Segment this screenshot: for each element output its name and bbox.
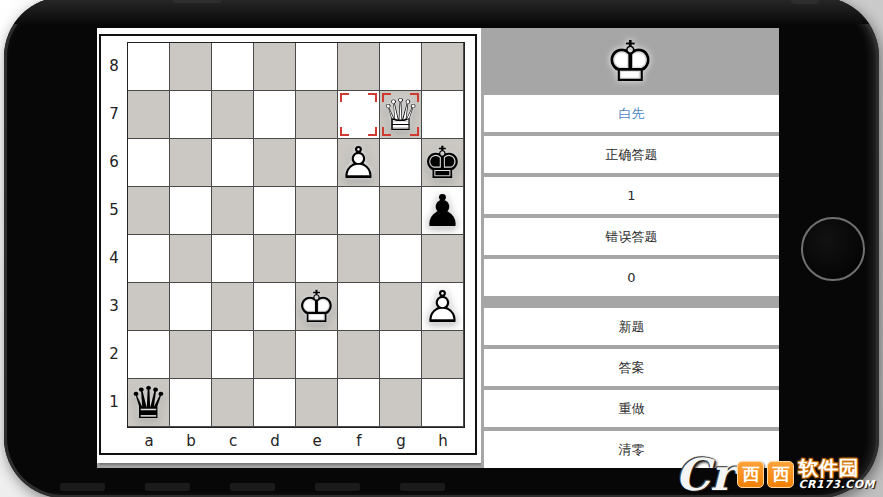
square-f3[interactable] [338,283,380,331]
square-d6[interactable] [254,139,296,187]
square-e3[interactable]: ♚♔ [296,283,338,331]
black-king-h6[interactable]: ♚ [422,139,463,186]
board-card: 87654321 ♛♕♟♙♚♟♚♔♟♙♛ abcdefgh [97,28,481,463]
square-b5[interactable] [170,187,212,235]
brand-box: 西 [737,461,764,488]
speaker-grill [400,483,445,491]
square-c7[interactable] [212,91,254,139]
square-a2[interactable] [128,331,170,379]
square-f6[interactable]: ♟♙ [338,139,380,187]
rank-label-6: 6 [101,138,127,186]
square-g1[interactable] [380,379,422,427]
side-panel: ♚ ♔ 白先正确答题1错误答题0新题答案重做清零 [481,28,779,468]
speaker-grill [145,483,190,491]
brand-boxes: 西 西 [737,461,794,488]
wrong-answers-value: 0 [484,259,779,296]
square-h3[interactable]: ♟♙ [422,283,464,331]
square-c2[interactable] [212,331,254,379]
chessboard: ♛♕♟♙♚♟♚♔♟♙♛ [127,42,465,428]
white-pawn-h3[interactable]: ♟♙ [422,283,463,330]
square-c1[interactable] [212,379,254,427]
volume-button [172,0,222,3]
square-h4[interactable] [422,235,464,283]
brand-box: 西 [767,461,794,488]
square-c4[interactable] [212,235,254,283]
black-queen-a1[interactable]: ♛ [128,379,169,426]
square-g6[interactable] [380,139,422,187]
square-d1[interactable] [254,379,296,427]
file-label-a: a [128,428,170,453]
square-h7[interactable] [422,91,464,139]
square-c5[interactable] [212,187,254,235]
rank-label-2: 2 [101,330,127,378]
square-b1[interactable] [170,379,212,427]
file-label-e: e [296,428,338,453]
piece-glyph: ♛ [129,381,168,425]
piece-outline: ♕ [381,93,420,137]
square-a3[interactable] [128,283,170,331]
square-g3[interactable] [380,283,422,331]
square-d5[interactable] [254,187,296,235]
piece-glyph: ♟ [423,189,462,233]
square-c3[interactable] [212,283,254,331]
square-e4[interactable] [296,235,338,283]
square-h1[interactable] [422,379,464,427]
rank-label-5: 5 [101,186,127,234]
speaker-grill [60,483,105,491]
square-d7[interactable] [254,91,296,139]
square-f2[interactable] [338,331,380,379]
square-a1[interactable]: ♛ [128,379,170,427]
square-f1[interactable] [338,379,380,427]
square-d4[interactable] [254,235,296,283]
square-d2[interactable] [254,331,296,379]
watermark: Cr 西 西 软件园 CR173.COM [675,457,875,492]
square-b6[interactable] [170,139,212,187]
rank-labels: 87654321 [101,42,127,428]
white-queen-g7[interactable]: ♛♕ [380,91,421,138]
square-a7[interactable] [128,91,170,139]
square-b8[interactable] [170,43,212,91]
square-b3[interactable] [170,283,212,331]
square-g7[interactable]: ♛♕ [380,91,422,139]
square-b4[interactable] [170,235,212,283]
square-a6[interactable] [128,139,170,187]
rank-label-8: 8 [101,42,127,90]
square-c6[interactable] [212,139,254,187]
square-d3[interactable] [254,283,296,331]
square-f8[interactable] [338,43,380,91]
square-e1[interactable] [296,379,338,427]
redo-button[interactable]: 重做 [484,390,779,427]
piece-outline: ♙ [423,285,462,329]
square-h5[interactable]: ♟ [422,187,464,235]
file-label-h: h [422,428,464,453]
piece-outline: ♙ [339,141,378,185]
speaker-grill [315,483,360,491]
square-h8[interactable] [422,43,464,91]
board-frame: 87654321 ♛♕♟♙♚♟♚♔♟♙♛ abcdefgh [99,34,477,455]
square-c8[interactable] [212,43,254,91]
square-e6[interactable] [296,139,338,187]
file-label-c: c [212,428,254,453]
wrong-answers-label: 错误答题 [484,218,779,255]
black-pawn-h5[interactable]: ♟ [422,187,463,234]
site-text: CR173.COM [798,479,875,490]
brand-text: 软件园 [798,458,858,478]
square-f5[interactable] [338,187,380,235]
white-pawn-f6[interactable]: ♟♙ [338,139,379,186]
speaker-grill [230,483,275,491]
panel-header: ♚ ♔ [481,28,779,95]
correct-answers-value: 1 [484,177,779,214]
square-g2[interactable] [380,331,422,379]
square-f7[interactable] [338,91,380,139]
panel-rows: 白先正确答题1错误答题0新题答案重做清零 [481,95,779,468]
home-button [801,217,865,281]
piece-outline: ♔ [297,285,336,329]
square-e8[interactable] [296,43,338,91]
square-g5[interactable] [380,187,422,235]
square-g4[interactable] [380,235,422,283]
answer-button[interactable]: 答案 [484,349,779,386]
side-to-move-label: 白先 [484,95,779,132]
file-label-b: b [170,428,212,453]
file-labels: abcdefgh [128,428,475,453]
square-h2[interactable] [422,331,464,379]
rank-label-7: 7 [101,90,127,138]
app-screen: 87654321 ♛♕♟♙♚♟♚♔♟♙♛ abcdefgh ♚ ♔ 白先正确答题… [97,28,779,468]
rank-label-4: 4 [101,234,127,282]
rank-label-3: 3 [101,282,127,330]
square-a8[interactable] [128,43,170,91]
square-f4[interactable] [338,235,380,283]
square-e2[interactable] [296,331,338,379]
cr-logo: Cr [675,457,733,492]
correct-answers-label: 正确答题 [484,136,779,173]
file-label-d: d [254,428,296,453]
square-a4[interactable] [128,235,170,283]
square-d8[interactable] [254,43,296,91]
square-b7[interactable] [170,91,212,139]
rank-label-1: 1 [101,378,127,426]
file-label-f: f [338,428,380,453]
square-b2[interactable] [170,331,212,379]
square-e5[interactable] [296,187,338,235]
power-button [791,0,819,4]
square-g8[interactable] [380,43,422,91]
white-king-icon: ♚ ♔ [605,34,655,90]
new-puzzle-button[interactable]: 新题 [484,308,779,345]
square-e7[interactable] [296,91,338,139]
square-h6[interactable]: ♚ [422,139,464,187]
square-a5[interactable] [128,187,170,235]
file-label-g: g [380,428,422,453]
piece-glyph: ♚ [423,141,462,185]
white-king-e3[interactable]: ♚♔ [296,283,337,330]
white-king-icon-outline: ♔ [605,34,655,90]
